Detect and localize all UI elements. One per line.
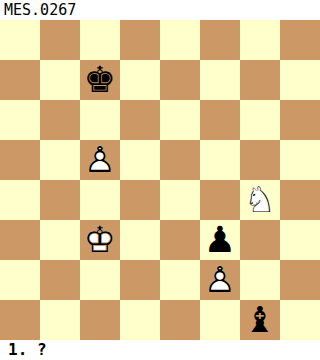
square-b8[interactable]: [40, 20, 80, 60]
black-king[interactable]: ♚: [80, 60, 120, 100]
square-a7[interactable]: [0, 60, 40, 100]
square-e8[interactable]: [160, 20, 200, 60]
square-b5[interactable]: [40, 140, 80, 180]
square-d2[interactable]: [120, 260, 160, 300]
square-h1[interactable]: [280, 300, 320, 340]
white-king-outline: ♔: [80, 220, 120, 260]
square-d3[interactable]: [120, 220, 160, 260]
square-b1[interactable]: [40, 300, 80, 340]
square-g8[interactable]: [240, 20, 280, 60]
square-b7[interactable]: [40, 60, 80, 100]
square-c6[interactable]: [80, 100, 120, 140]
square-g6[interactable]: [240, 100, 280, 140]
square-a3[interactable]: [0, 220, 40, 260]
square-c4[interactable]: [80, 180, 120, 220]
square-g4[interactable]: ♞♘: [240, 180, 280, 220]
square-b4[interactable]: [40, 180, 80, 220]
move-prompt: 1. ?: [0, 340, 320, 360]
square-c1[interactable]: [80, 300, 120, 340]
square-d6[interactable]: [120, 100, 160, 140]
square-a6[interactable]: [0, 100, 40, 140]
square-f2[interactable]: ♟♙: [200, 260, 240, 300]
square-b2[interactable]: [40, 260, 80, 300]
white-knight[interactable]: ♞♘: [240, 180, 280, 220]
square-g1[interactable]: ♝: [240, 300, 280, 340]
square-a8[interactable]: [0, 20, 40, 60]
square-h5[interactable]: [280, 140, 320, 180]
square-a1[interactable]: [0, 300, 40, 340]
black-bishop[interactable]: ♝: [240, 300, 280, 340]
square-a2[interactable]: [0, 260, 40, 300]
square-g3[interactable]: [240, 220, 280, 260]
white-pawn-outline: ♙: [200, 260, 240, 300]
square-f3[interactable]: ♟: [200, 220, 240, 260]
square-e7[interactable]: [160, 60, 200, 100]
square-c8[interactable]: [80, 20, 120, 60]
square-f6[interactable]: [200, 100, 240, 140]
square-h6[interactable]: [280, 100, 320, 140]
square-h4[interactable]: [280, 180, 320, 220]
square-e2[interactable]: [160, 260, 200, 300]
chess-board: ♚♟♙♞♘♚♔♟♟♙♝: [0, 20, 320, 340]
square-b3[interactable]: [40, 220, 80, 260]
square-d5[interactable]: [120, 140, 160, 180]
square-a5[interactable]: [0, 140, 40, 180]
square-e6[interactable]: [160, 100, 200, 140]
square-d8[interactable]: [120, 20, 160, 60]
square-c2[interactable]: [80, 260, 120, 300]
square-d1[interactable]: [120, 300, 160, 340]
white-pawn[interactable]: ♟♙: [80, 140, 120, 180]
square-e1[interactable]: [160, 300, 200, 340]
square-g7[interactable]: [240, 60, 280, 100]
square-c7[interactable]: ♚: [80, 60, 120, 100]
white-pawn[interactable]: ♟♙: [200, 260, 240, 300]
white-knight-outline: ♘: [240, 180, 280, 220]
square-g5[interactable]: [240, 140, 280, 180]
square-e4[interactable]: [160, 180, 200, 220]
puzzle-title: MES.0267: [0, 0, 320, 20]
square-e3[interactable]: [160, 220, 200, 260]
square-c3[interactable]: ♚♔: [80, 220, 120, 260]
square-a4[interactable]: [0, 180, 40, 220]
square-b6[interactable]: [40, 100, 80, 140]
square-f4[interactable]: [200, 180, 240, 220]
square-e5[interactable]: [160, 140, 200, 180]
square-h2[interactable]: [280, 260, 320, 300]
square-h8[interactable]: [280, 20, 320, 60]
square-f1[interactable]: [200, 300, 240, 340]
square-g2[interactable]: [240, 260, 280, 300]
black-pawn[interactable]: ♟: [200, 220, 240, 260]
white-pawn-outline: ♙: [80, 140, 120, 180]
square-c5[interactable]: ♟♙: [80, 140, 120, 180]
square-h7[interactable]: [280, 60, 320, 100]
square-d7[interactable]: [120, 60, 160, 100]
square-d4[interactable]: [120, 180, 160, 220]
square-f5[interactable]: [200, 140, 240, 180]
white-king[interactable]: ♚♔: [80, 220, 120, 260]
square-f8[interactable]: [200, 20, 240, 60]
square-f7[interactable]: [200, 60, 240, 100]
square-h3[interactable]: [280, 220, 320, 260]
